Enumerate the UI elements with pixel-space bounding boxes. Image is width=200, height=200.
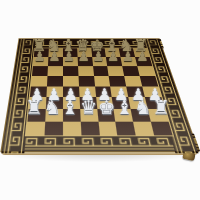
- piece-far-pawn: ♟: [107, 50, 120, 63]
- piece-far-pawn: ♟: [48, 50, 61, 63]
- piece-far-pawn: ♟: [77, 50, 90, 63]
- piece-far-pawn: ♟: [62, 50, 75, 63]
- square-h6: [137, 66, 155, 76]
- piece-near-rook: ♜: [152, 98, 170, 117]
- pieces-rank7: ♟♟♟♟♟♟♟♟: [33, 50, 149, 63]
- square-h1: [151, 121, 173, 135]
- square-b6: [47, 66, 62, 76]
- piece-far-pawn: ♟: [33, 50, 46, 63]
- piece-near-knight: ♞: [43, 98, 61, 117]
- square-e1: [98, 121, 118, 135]
- piece-far-pawn: ♟: [121, 50, 134, 63]
- square-b1: [44, 121, 62, 135]
- square-a6: [32, 66, 48, 76]
- square-d6: [77, 66, 93, 76]
- square-c1: [62, 121, 80, 135]
- piece-near-queen: ♛: [79, 98, 97, 117]
- piece-far-pawn: ♟: [136, 50, 149, 63]
- square-f6: [107, 66, 124, 76]
- square-a1: [26, 121, 45, 135]
- chess-set-photo: ♜♞♝♛♚♝♞♜ ♟♟♟♟♟♟♟♟ ♟♟♟♟♟♟♟♟ ♜♞♝♛♚♝♞♜: [0, 0, 200, 200]
- square-d1: [80, 121, 99, 135]
- piece-near-king: ♚: [98, 98, 116, 117]
- square-e6: [92, 66, 108, 76]
- square-c6: [63, 66, 78, 76]
- piece-far-pawn: ♟: [92, 50, 105, 63]
- pieces-rank1: ♜♞♝♛♚♝♞♜: [25, 98, 170, 117]
- piece-near-bishop: ♝: [61, 98, 79, 117]
- piece-near-knight: ♞: [134, 98, 152, 117]
- piece-near-bishop: ♝: [116, 98, 134, 117]
- piece-near-rook: ♜: [25, 98, 43, 117]
